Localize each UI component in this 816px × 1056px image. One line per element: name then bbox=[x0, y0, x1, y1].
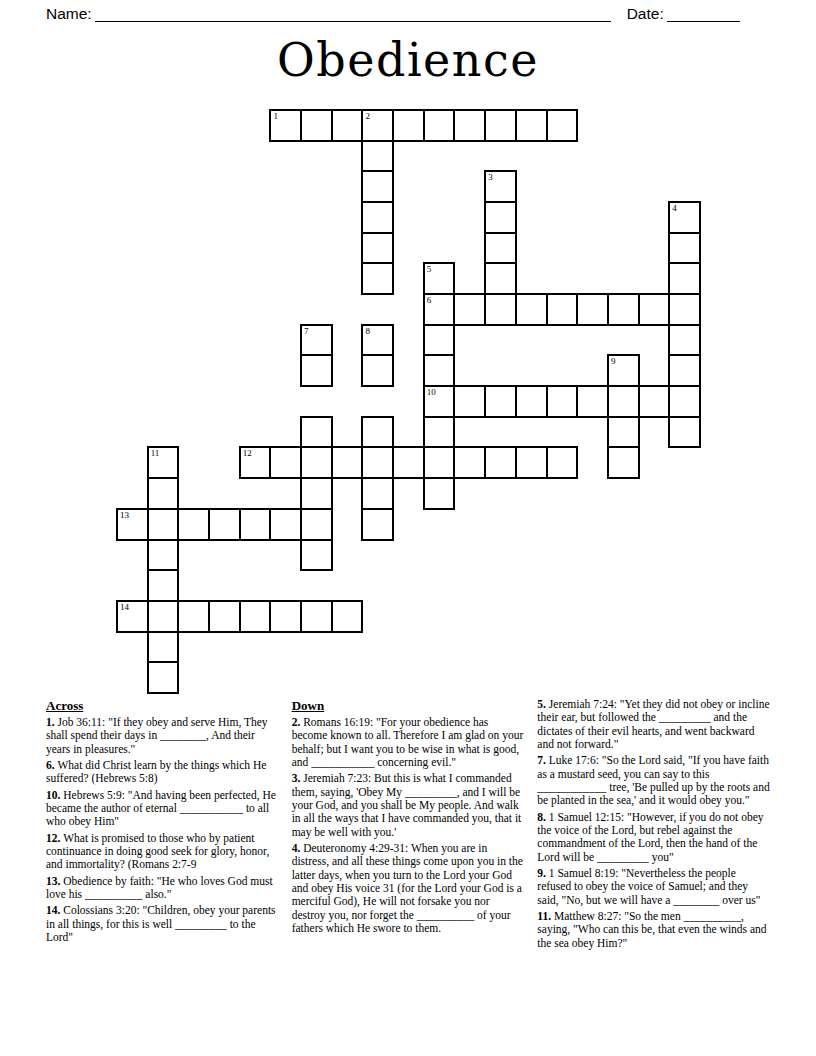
grid-cell-r13c3[interactable] bbox=[208, 508, 241, 541]
clue-across-1: 1. Job 36:11: "If they obey and serve Hi… bbox=[46, 716, 279, 756]
grid-cell-r0c10[interactable] bbox=[423, 109, 456, 142]
grid-cell-r14c1[interactable] bbox=[147, 539, 180, 572]
grid-cell-r4c18[interactable] bbox=[668, 232, 701, 265]
grid-cell-r11c13[interactable] bbox=[515, 446, 548, 479]
grid-cell-r13c6[interactable] bbox=[300, 508, 333, 541]
grid-cell-r11c1[interactable]: 11 bbox=[147, 446, 180, 479]
grid-cell-r11c8[interactable] bbox=[361, 446, 394, 479]
cell-number-2: 2 bbox=[365, 111, 370, 121]
clue-down-9: 9. 1 Samuel 8:19: "Nevertheless the peop… bbox=[537, 867, 770, 907]
grid-cell-r10c10[interactable] bbox=[423, 416, 456, 449]
grid-cell-r0c14[interactable] bbox=[546, 109, 579, 142]
down-column-second: 5. Jeremiah 7:24: "Yet they did not obey… bbox=[537, 698, 770, 953]
grid-cell-r11c4[interactable]: 12 bbox=[239, 446, 272, 479]
grid-cell-r8c10[interactable] bbox=[423, 354, 456, 387]
date-line[interactable] bbox=[667, 5, 740, 22]
grid-cell-r16c2[interactable] bbox=[177, 600, 210, 633]
down-header: Down bbox=[292, 698, 525, 713]
cell-number-13: 13 bbox=[120, 510, 129, 520]
cell-number-11: 11 bbox=[151, 448, 160, 458]
cell-number-5: 5 bbox=[427, 264, 432, 274]
name-line[interactable] bbox=[95, 5, 611, 22]
clue-across-12: 12. What is promised to those who by pat… bbox=[46, 832, 279, 872]
grid-cell-r16c1[interactable] bbox=[147, 600, 180, 633]
grid-cell-r4c8[interactable] bbox=[361, 232, 394, 265]
grid-cell-r9c14[interactable] bbox=[546, 385, 579, 418]
grid-cell-r11c10[interactable] bbox=[423, 446, 456, 479]
date-label: Date: bbox=[627, 5, 664, 22]
grid-cell-r11c7[interactable] bbox=[331, 446, 364, 479]
grid-cell-r2c12[interactable]: 3 bbox=[484, 170, 517, 203]
grid-cell-r9c11[interactable] bbox=[453, 385, 486, 418]
grid-cell-r8c6[interactable] bbox=[300, 354, 333, 387]
grid-cell-r4c12[interactable] bbox=[484, 232, 517, 265]
cell-number-14: 14 bbox=[120, 602, 129, 612]
grid-cell-r3c12[interactable] bbox=[484, 201, 517, 234]
grid-cell-r0c13[interactable] bbox=[515, 109, 548, 142]
grid-cell-r11c9[interactable] bbox=[392, 446, 425, 479]
cell-number-7: 7 bbox=[304, 326, 309, 336]
grid-cell-r10c6[interactable] bbox=[300, 416, 333, 449]
grid-cell-r0c5[interactable]: 1 bbox=[269, 109, 302, 142]
grid-cell-r11c5[interactable] bbox=[269, 446, 302, 479]
grid-cell-r14c6[interactable] bbox=[300, 539, 333, 572]
grid-cell-r8c18[interactable] bbox=[668, 354, 701, 387]
grid-cell-r11c12[interactable] bbox=[484, 446, 517, 479]
clue-across-14: 14. Colossians 3:20: "Children, obey you… bbox=[46, 904, 279, 944]
clue-down-2: 2. Romans 16:19: "For your obedience has… bbox=[292, 716, 525, 769]
cell-number-4: 4 bbox=[672, 203, 677, 213]
grid-cell-r6c15[interactable] bbox=[576, 293, 609, 326]
grid-cell-r7c8[interactable]: 8 bbox=[361, 324, 394, 357]
clue-across-13: 13. Obedience by faith: "He who loves Go… bbox=[46, 875, 279, 902]
grid-cell-r16c6[interactable] bbox=[300, 600, 333, 633]
grid-cell-r3c8[interactable] bbox=[361, 201, 394, 234]
across-column: Across 1. Job 36:11: "If they obey and s… bbox=[46, 698, 279, 953]
grid-cell-r0c7[interactable] bbox=[331, 109, 364, 142]
grid-cell-r11c6[interactable] bbox=[300, 446, 333, 479]
grid-cell-r10c18[interactable] bbox=[668, 416, 701, 449]
grid-cell-r6c14[interactable] bbox=[546, 293, 579, 326]
grid-cell-r10c8[interactable] bbox=[361, 416, 394, 449]
grid-cell-r16c4[interactable] bbox=[239, 600, 272, 633]
clue-down-7: 7. Luke 17:6: "So the Lord said, "If you… bbox=[537, 754, 770, 807]
clue-across-10: 10. Hebrews 5:9: "And having been perfec… bbox=[46, 789, 279, 829]
cell-number-12: 12 bbox=[243, 448, 252, 458]
grid-cell-r0c8[interactable]: 2 bbox=[361, 109, 394, 142]
grid-cell-r6c18[interactable] bbox=[668, 293, 701, 326]
grid-cell-r5c18[interactable] bbox=[668, 262, 701, 295]
grid-cell-r5c8[interactable] bbox=[361, 262, 394, 295]
cell-number-9: 9 bbox=[611, 356, 616, 366]
grid-cell-r16c3[interactable] bbox=[208, 600, 241, 633]
clue-down-11: 11. Matthew 8:27: "So the men __________… bbox=[537, 910, 770, 950]
grid-cell-r12c6[interactable] bbox=[300, 477, 333, 510]
cell-number-6: 6 bbox=[427, 295, 432, 305]
down-clues-first: 2. Romans 16:19: "For your obedience has… bbox=[292, 716, 525, 935]
grid-cell-r6c13[interactable] bbox=[515, 293, 548, 326]
grid-cell-r0c12[interactable] bbox=[484, 109, 517, 142]
grid-cell-r6c17[interactable] bbox=[638, 293, 671, 326]
grid-cell-r0c6[interactable] bbox=[300, 109, 333, 142]
grid-cell-r9c17[interactable] bbox=[638, 385, 671, 418]
grid-cell-r10c16[interactable] bbox=[607, 416, 640, 449]
grid-cell-r11c16[interactable] bbox=[607, 446, 640, 479]
cell-number-8: 8 bbox=[365, 326, 370, 336]
grid-cell-r13c8[interactable] bbox=[361, 508, 394, 541]
grid-cell-r12c10[interactable] bbox=[423, 477, 456, 510]
grid-cell-r5c12[interactable] bbox=[484, 262, 517, 295]
grid-cell-r13c4[interactable] bbox=[239, 508, 272, 541]
grid-cell-r9c15[interactable] bbox=[576, 385, 609, 418]
grid-cell-r7c18[interactable] bbox=[668, 324, 701, 357]
worksheet-page: Name: Date: Obedience 123456789101112131… bbox=[0, 0, 816, 1056]
grid-cell-r6c12[interactable] bbox=[484, 293, 517, 326]
clue-down-4: 4. Deuteronomy 4:29-31: When you are in … bbox=[292, 842, 525, 935]
grid-cell-r8c8[interactable] bbox=[361, 354, 394, 387]
grid-cell-r9c13[interactable] bbox=[515, 385, 548, 418]
grid-cell-r8c16[interactable]: 9 bbox=[607, 354, 640, 387]
clue-down-5: 5. Jeremiah 7:24: "Yet they did not obey… bbox=[537, 698, 770, 751]
grid-cell-r13c5[interactable] bbox=[269, 508, 302, 541]
grid-cell-r6c16[interactable] bbox=[607, 293, 640, 326]
clue-down-3: 3. Jeremiah 7:23: But this is what I com… bbox=[292, 772, 525, 839]
grid-cell-r9c16[interactable] bbox=[607, 385, 640, 418]
grid-cell-r13c2[interactable] bbox=[177, 508, 210, 541]
clue-across-6: 6. What did Christ learn by the things w… bbox=[46, 759, 279, 786]
grid-cell-r16c5[interactable] bbox=[269, 600, 302, 633]
grid-cell-r16c7[interactable] bbox=[331, 600, 364, 633]
grid-cell-r3c18[interactable]: 4 bbox=[668, 201, 701, 234]
grid-cell-r0c9[interactable] bbox=[392, 109, 425, 142]
grid-cell-r7c6[interactable]: 7 bbox=[300, 324, 333, 357]
grid-cell-r13c0[interactable]: 13 bbox=[116, 508, 149, 541]
grid-cell-r6c10[interactable]: 6 bbox=[423, 293, 456, 326]
grid-cell-r5c10[interactable]: 5 bbox=[423, 262, 456, 295]
grid-cell-r16c0[interactable]: 14 bbox=[116, 600, 149, 633]
grid-cell-r18c1[interactable] bbox=[147, 661, 180, 694]
crossword-grid: 1234567891011121314 bbox=[117, 110, 701, 694]
grid-cell-r15c1[interactable] bbox=[147, 569, 180, 602]
header-row: Name: Date: bbox=[46, 5, 770, 22]
grid-cell-r2c8[interactable] bbox=[361, 170, 394, 203]
clue-down-8: 8. 1 Samuel 12:15: "However, if you do n… bbox=[537, 811, 770, 864]
grid-cell-r12c8[interactable] bbox=[361, 477, 394, 510]
grid-cell-r11c11[interactable] bbox=[453, 446, 486, 479]
cell-number-10: 10 bbox=[427, 387, 436, 397]
grid-cell-r9c18[interactable] bbox=[668, 385, 701, 418]
grid-cell-r1c8[interactable] bbox=[361, 140, 394, 173]
grid-cell-r13c1[interactable] bbox=[147, 508, 180, 541]
grid-cell-r9c10[interactable]: 10 bbox=[423, 385, 456, 418]
grid-cell-r0c11[interactable] bbox=[453, 109, 486, 142]
grid-cell-r11c14[interactable] bbox=[546, 446, 579, 479]
cell-number-3: 3 bbox=[488, 172, 493, 182]
puzzle-title: Obedience bbox=[0, 35, 816, 86]
grid-cell-r9c12[interactable] bbox=[484, 385, 517, 418]
grid-cell-r7c10[interactable] bbox=[423, 324, 456, 357]
across-clues: 1. Job 36:11: "If they obey and serve Hi… bbox=[46, 716, 279, 944]
across-header: Across bbox=[46, 698, 279, 713]
grid-cell-r6c11[interactable] bbox=[453, 293, 486, 326]
down-clues-second: 5. Jeremiah 7:24: "Yet they did not obey… bbox=[537, 698, 770, 950]
cell-number-1: 1 bbox=[273, 111, 278, 121]
name-label: Name: bbox=[46, 5, 92, 22]
grid-cell-r12c1[interactable] bbox=[147, 477, 180, 510]
clues-section: Across 1. Job 36:11: "If they obey and s… bbox=[46, 698, 770, 953]
grid-cell-r17c1[interactable] bbox=[147, 631, 180, 664]
down-column-first: Down 2. Romans 16:19: "For your obedienc… bbox=[292, 698, 525, 953]
